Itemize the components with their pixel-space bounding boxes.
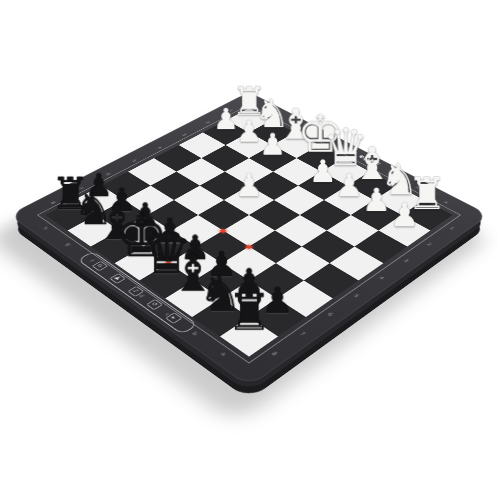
rank-label: 7 [296, 329, 309, 338]
product-photo: hhggffeeddccbbaa1122334455667788 ⊙♟♪↺▸ ♞… [0, 0, 498, 498]
black-rook-glyph: ♜ [209, 257, 289, 337]
play-button[interactable]: ▸ [165, 312, 182, 324]
rank-label: 2 [424, 241, 436, 248]
undo-button[interactable]: ↺ [146, 299, 163, 310]
rank-label: 1 [446, 225, 458, 232]
chess-board: hhggffeeddccbbaa1122334455667788 ⊙♟♪↺▸ ♞… [9, 92, 490, 388]
mode-button[interactable]: ♟ [109, 273, 126, 284]
rank-label: 6 [324, 310, 337, 318]
rank-label: 3 [400, 257, 412, 264]
rank-label: 5 [350, 292, 363, 300]
perspective-wrapper: hhggffeeddccbbaa1122334455667788 ⊙♟♪↺▸ ♞… [0, 0, 498, 498]
rank-label: 4 [376, 274, 388, 282]
white-pawn-glyph: ♟ [369, 159, 440, 230]
file-label: h [32, 219, 59, 237]
sound-button[interactable]: ♪ [127, 286, 144, 297]
rank-label: 8 [268, 349, 281, 358]
